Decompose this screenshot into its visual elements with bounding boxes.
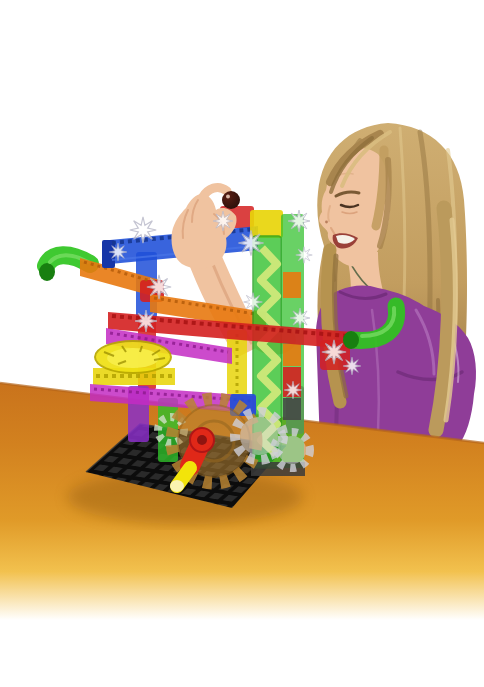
tower-feet	[251, 462, 305, 476]
scene	[0, 0, 484, 687]
girl	[316, 123, 476, 446]
downspout-mouth	[343, 331, 359, 349]
marble-highlight	[226, 195, 230, 199]
tower-orange-segment	[283, 272, 301, 298]
tower-yellow-cap	[250, 210, 283, 238]
green-chute-mouth	[39, 263, 55, 281]
photo-canvas	[0, 0, 484, 687]
marble	[222, 191, 240, 209]
nostril	[325, 221, 328, 224]
crank-handle-cap	[170, 480, 184, 492]
funnel-dish-inner	[107, 348, 159, 368]
